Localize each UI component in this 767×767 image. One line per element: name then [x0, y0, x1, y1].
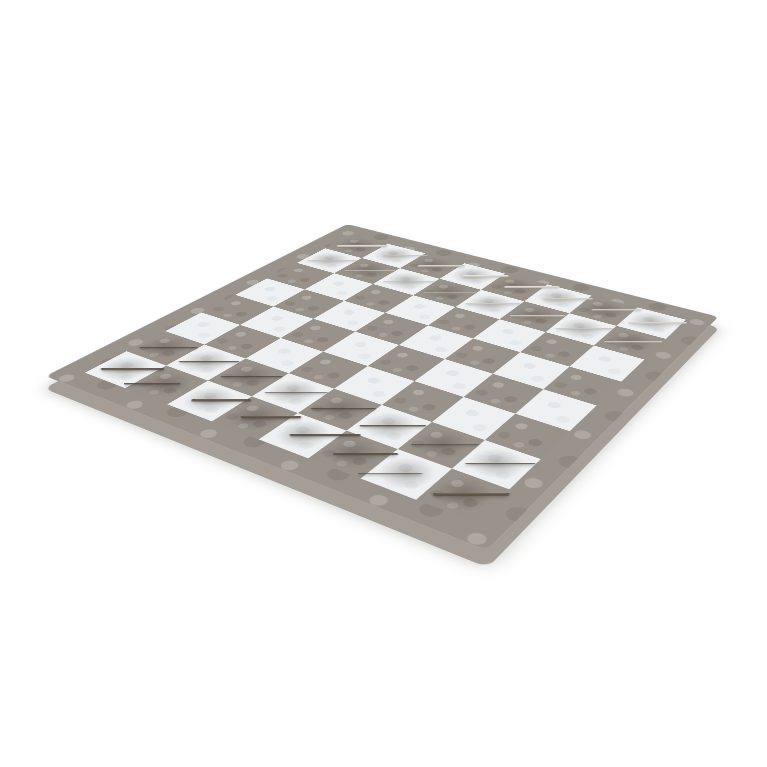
chess-set-photo: ♜♞♝♛♚♝♞♜♟♟♟♟♟♟♟♟♟♟♟♟♟♟♟♟♜♞♝♛♚♝♞♜ [0, 0, 767, 767]
chess-board: ♜♞♝♛♚♝♞♜♟♟♟♟♟♟♟♟♟♟♟♟♟♟♟♟♜♞♝♛♚♝♞♜ [45, 224, 719, 551]
